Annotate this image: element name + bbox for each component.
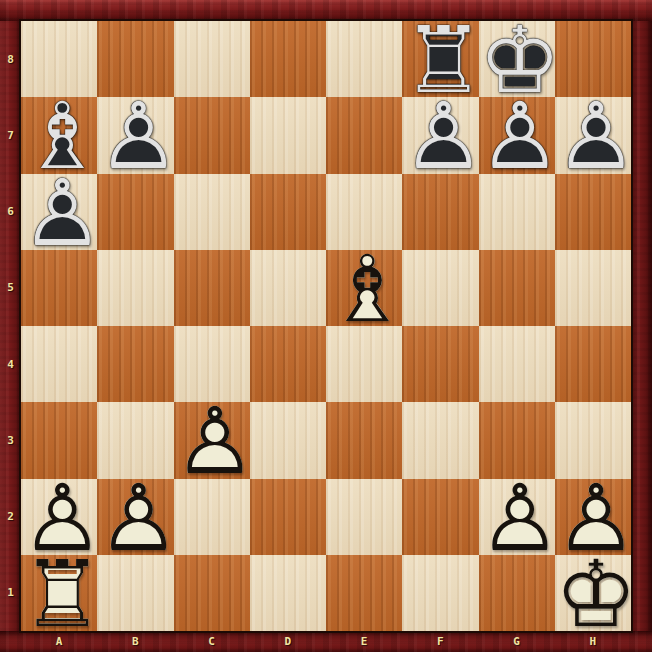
square-g1[interactable] <box>479 555 555 631</box>
square-c1[interactable] <box>174 555 250 631</box>
black-pawn-outline-icon: ♙ <box>479 99 561 175</box>
square-h6[interactable] <box>555 174 631 250</box>
rank-label-2: 2 <box>0 479 21 555</box>
piece-black-pawn-f7[interactable]: ♟♙ <box>402 97 478 173</box>
square-b2[interactable]: ♟♙ <box>97 479 173 555</box>
square-g4[interactable] <box>479 326 555 402</box>
square-g2[interactable]: ♟♙ <box>479 479 555 555</box>
file-label-f: F <box>402 631 478 652</box>
file-label-c: C <box>174 631 250 652</box>
file-label-d: D <box>250 631 326 652</box>
square-d2[interactable] <box>250 479 326 555</box>
white-pawn-outline-icon: ♙ <box>97 481 179 557</box>
square-d6[interactable] <box>250 174 326 250</box>
square-e8[interactable] <box>326 21 402 97</box>
square-d3[interactable] <box>250 402 326 478</box>
square-d4[interactable] <box>250 326 326 402</box>
square-f3[interactable] <box>402 402 478 478</box>
square-c7[interactable] <box>174 97 250 173</box>
square-f4[interactable] <box>402 326 478 402</box>
piece-white-pawn-b2[interactable]: ♟♙ <box>97 479 173 555</box>
square-h4[interactable] <box>555 326 631 402</box>
square-e4[interactable] <box>326 326 402 402</box>
square-c8[interactable] <box>174 21 250 97</box>
square-c2[interactable] <box>174 479 250 555</box>
piece-white-pawn-c3[interactable]: ♟♙ <box>174 402 250 478</box>
file-label-a: A <box>21 631 97 652</box>
square-f2[interactable] <box>402 479 478 555</box>
black-pawn-outline-icon: ♙ <box>555 99 637 175</box>
square-a6[interactable]: ♟♙ <box>21 174 97 250</box>
white-rook-outline-icon: ♖ <box>21 557 103 633</box>
square-e7[interactable] <box>326 97 402 173</box>
file-label-h: H <box>555 631 631 652</box>
file-label-e: E <box>326 631 402 652</box>
rank-label-1: 1 <box>0 555 21 631</box>
black-pawn-outline-icon: ♙ <box>97 99 179 175</box>
rank-label-4: 4 <box>0 326 21 402</box>
white-pawn-outline-icon: ♙ <box>174 404 256 480</box>
square-e2[interactable] <box>326 479 402 555</box>
square-f1[interactable] <box>402 555 478 631</box>
square-b4[interactable] <box>97 326 173 402</box>
square-d5[interactable] <box>250 250 326 326</box>
square-c6[interactable] <box>174 174 250 250</box>
white-pawn-outline-icon: ♙ <box>479 481 561 557</box>
piece-black-pawn-b7[interactable]: ♟♙ <box>97 97 173 173</box>
square-a4[interactable] <box>21 326 97 402</box>
white-king-outline-icon: ♔ <box>555 557 637 633</box>
square-b1[interactable] <box>97 555 173 631</box>
file-label-b: B <box>97 631 173 652</box>
square-g5[interactable] <box>479 250 555 326</box>
piece-white-king-h1[interactable]: ♚♔ <box>555 555 631 631</box>
piece-black-pawn-h7[interactable]: ♟♙ <box>555 97 631 173</box>
rank-label-7: 7 <box>0 97 21 173</box>
square-c3[interactable]: ♟♙ <box>174 402 250 478</box>
piece-white-pawn-g2[interactable]: ♟♙ <box>479 479 555 555</box>
rank-label-3: 3 <box>0 402 21 478</box>
black-pawn-outline-icon: ♙ <box>402 99 484 175</box>
square-f6[interactable] <box>402 174 478 250</box>
rank-label-6: 6 <box>0 174 21 250</box>
square-h5[interactable] <box>555 250 631 326</box>
square-b5[interactable] <box>97 250 173 326</box>
square-b7[interactable]: ♟♙ <box>97 97 173 173</box>
white-bishop-outline-icon: ♗ <box>326 252 408 328</box>
rank-label-8: 8 <box>0 21 21 97</box>
rank-label-5: 5 <box>0 250 21 326</box>
piece-white-rook-a1[interactable]: ♜♖ <box>21 555 97 631</box>
square-d7[interactable] <box>250 97 326 173</box>
chessboard: 87654321 ABCDEFGH ♜♖♚♔♝♗♟♙♟♙♟♙♟♙♟♙♝♗♟♙♟♙… <box>0 0 652 652</box>
square-e1[interactable] <box>326 555 402 631</box>
piece-black-pawn-g7[interactable]: ♟♙ <box>479 97 555 173</box>
square-h7[interactable]: ♟♙ <box>555 97 631 173</box>
square-g7[interactable]: ♟♙ <box>479 97 555 173</box>
rank-labels: 87654321 <box>0 21 21 631</box>
square-b6[interactable] <box>97 174 173 250</box>
square-d1[interactable] <box>250 555 326 631</box>
file-label-g: G <box>479 631 555 652</box>
square-f7[interactable]: ♟♙ <box>402 97 478 173</box>
square-e5[interactable]: ♝♗ <box>326 250 402 326</box>
square-a5[interactable] <box>21 250 97 326</box>
square-f5[interactable] <box>402 250 478 326</box>
board: ♜♖♚♔♝♗♟♙♟♙♟♙♟♙♟♙♝♗♟♙♟♙♟♙♟♙♟♙♜♖♚♔ <box>21 21 631 631</box>
square-c5[interactable] <box>174 250 250 326</box>
square-g6[interactable] <box>479 174 555 250</box>
piece-black-pawn-a6[interactable]: ♟♙ <box>21 174 97 250</box>
square-h1[interactable]: ♚♔ <box>555 555 631 631</box>
square-a1[interactable]: ♜♖ <box>21 555 97 631</box>
piece-white-bishop-e5[interactable]: ♝♗ <box>326 250 402 326</box>
black-pawn-outline-icon: ♙ <box>21 176 103 252</box>
file-labels: ABCDEFGH <box>21 631 631 652</box>
square-e3[interactable] <box>326 402 402 478</box>
square-d8[interactable] <box>250 21 326 97</box>
